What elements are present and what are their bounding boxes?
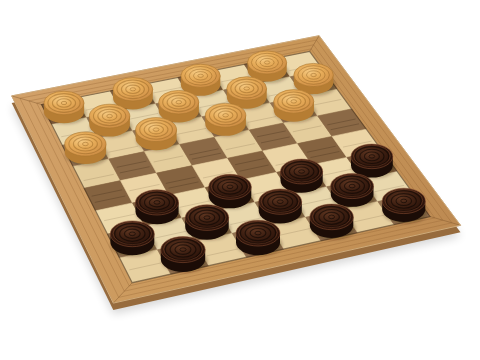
- piece-top: [259, 189, 302, 214]
- piece-top: [181, 64, 220, 87]
- photo-background: [0, 0, 480, 360]
- piece-top: [248, 51, 287, 74]
- piece-top: [310, 204, 354, 230]
- piece-top: [110, 221, 154, 247]
- piece-top: [274, 90, 314, 114]
- piece-top: [65, 132, 106, 156]
- piece-top: [205, 103, 246, 127]
- piece-dark[interactable]: [161, 237, 208, 273]
- piece-top: [351, 144, 393, 169]
- piece-light[interactable]: [89, 104, 132, 137]
- piece-top: [136, 190, 179, 215]
- piece-light[interactable]: [44, 91, 86, 124]
- piece-dark[interactable]: [209, 174, 254, 209]
- piece-top: [236, 220, 280, 246]
- piece-dark[interactable]: [136, 190, 181, 225]
- piece-top: [161, 237, 205, 263]
- piece-dark[interactable]: [185, 205, 231, 240]
- checkers-board: [0, 0, 480, 360]
- piece-top: [227, 77, 267, 100]
- piece-light[interactable]: [65, 132, 109, 166]
- piece-dark[interactable]: [110, 221, 156, 257]
- piece-top: [185, 205, 228, 231]
- piece-dark[interactable]: [331, 174, 376, 209]
- piece-top: [136, 118, 177, 142]
- piece-top: [89, 104, 130, 128]
- piece-dark[interactable]: [281, 159, 326, 193]
- piece-light[interactable]: [136, 118, 179, 151]
- piece-top: [209, 174, 252, 199]
- piece-top: [113, 78, 153, 101]
- piece-light[interactable]: [274, 90, 317, 123]
- piece-dark[interactable]: [382, 188, 428, 223]
- piece-top: [281, 159, 323, 184]
- piece-dark[interactable]: [351, 144, 395, 178]
- piece-dark[interactable]: [259, 189, 304, 224]
- piece-top: [382, 188, 425, 213]
- piece-top: [44, 91, 84, 115]
- piece-dark[interactable]: [236, 220, 282, 256]
- piece-top: [159, 90, 199, 114]
- piece-top: [331, 174, 374, 199]
- piece-dark[interactable]: [310, 204, 356, 239]
- piece-light[interactable]: [205, 103, 248, 136]
- piece-top: [294, 63, 334, 86]
